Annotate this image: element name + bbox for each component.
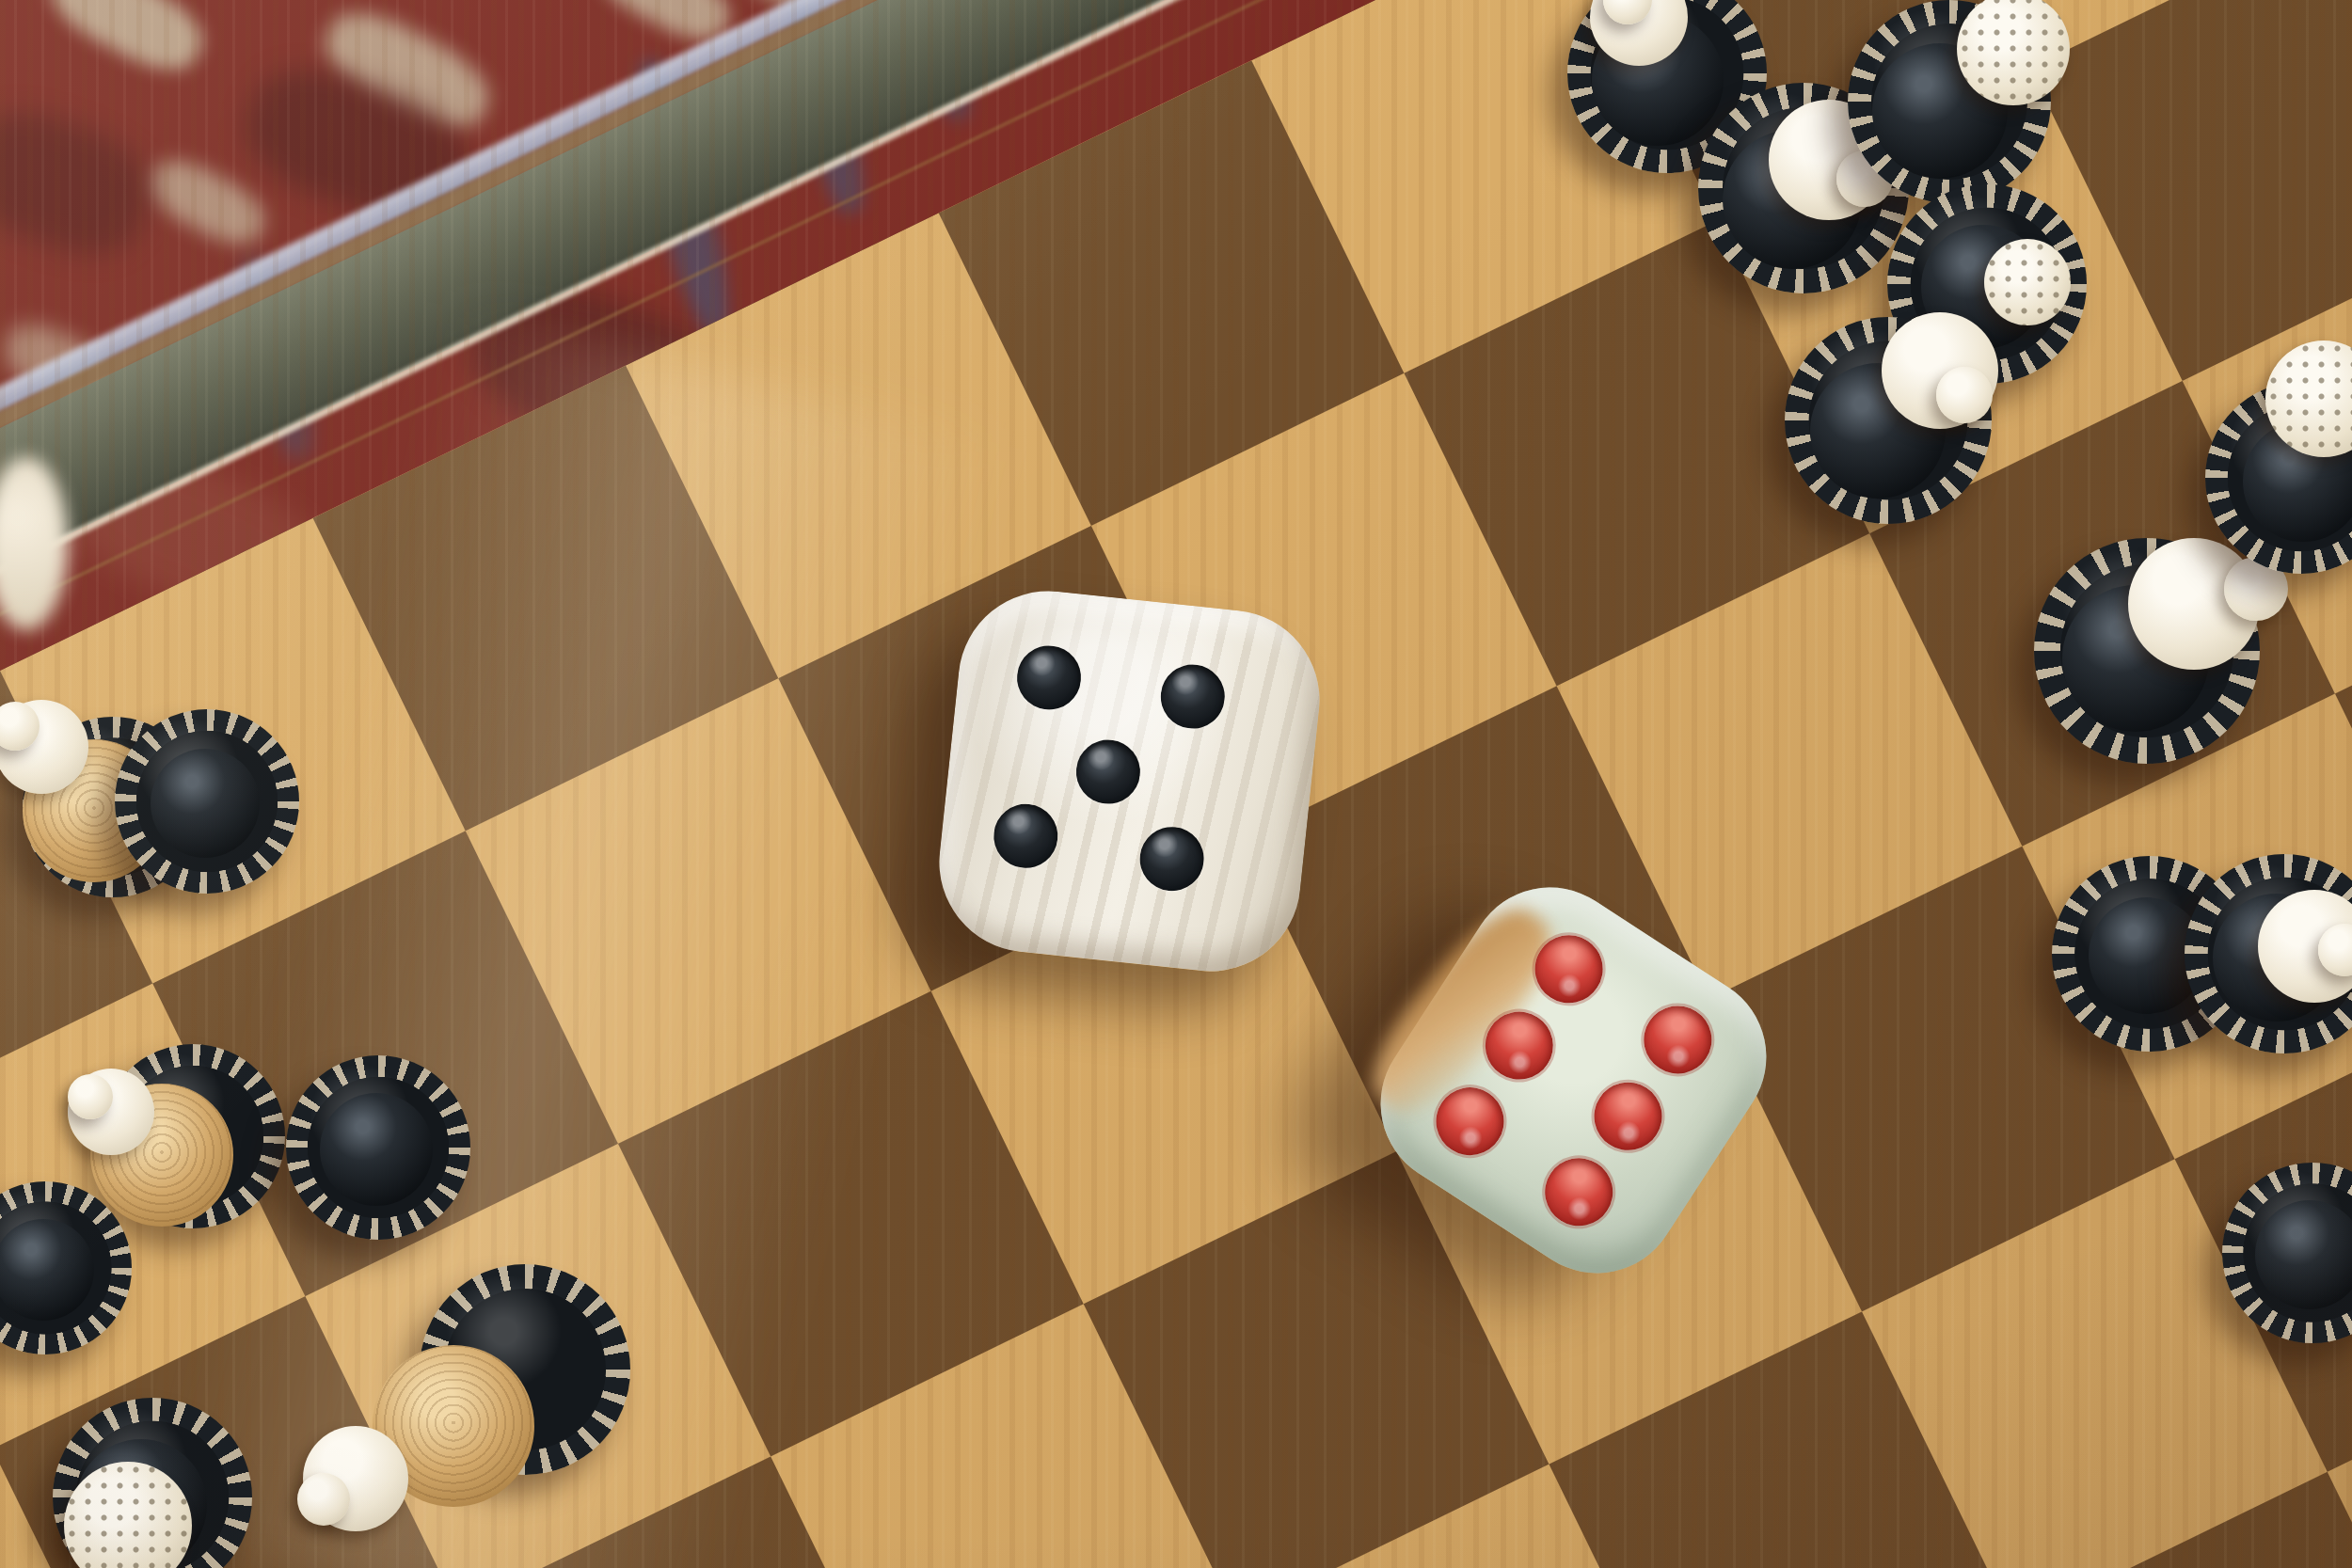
piece-bone-top: [1984, 239, 2071, 325]
photo-scene: [0, 0, 2352, 1568]
piece-bone-knob: [68, 1074, 113, 1119]
die-pip-red: [1531, 1145, 1625, 1239]
die-pip-black: [990, 800, 1060, 871]
die-pip-black: [1136, 823, 1207, 894]
piece-dome: [151, 749, 260, 858]
die-pip-red: [1630, 992, 1724, 1086]
piece-dome: [320, 1093, 433, 1206]
piece-bone-knob: [297, 1473, 350, 1526]
die-pip-red: [1581, 1069, 1675, 1163]
die-pip-black: [1073, 736, 1143, 807]
piece-bone-knob: [1936, 367, 1993, 423]
die-pip-black: [1013, 642, 1084, 713]
white-onyx-die[interactable]: [930, 581, 1327, 979]
die-pip-black: [1157, 661, 1228, 732]
